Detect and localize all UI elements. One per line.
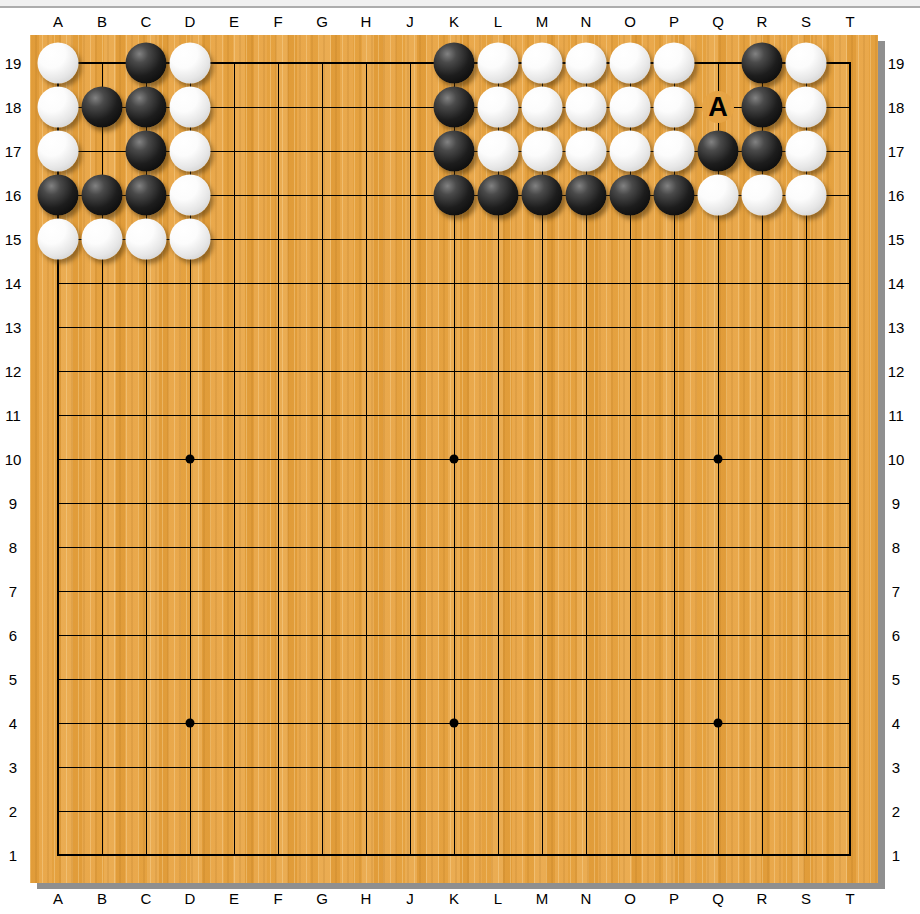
row-label-left-8: 8: [9, 539, 17, 556]
row-label-left-7: 7: [9, 583, 17, 600]
row-label-right-7: 7: [892, 583, 900, 600]
stone-black-O16: [610, 175, 651, 216]
column-label-top-F: F: [273, 13, 282, 30]
stone-white-A19: [38, 43, 79, 84]
stone-white-D16: [170, 175, 211, 216]
row-label-right-18: 18: [888, 99, 905, 116]
stone-white-L17: [478, 131, 519, 172]
row-label-right-3: 3: [892, 759, 900, 776]
row-label-left-18: 18: [5, 99, 22, 116]
stone-white-M18: [522, 87, 563, 128]
stone-black-Q17: [698, 131, 739, 172]
column-label-top-Q: Q: [712, 13, 724, 30]
row-label-right-11: 11: [888, 407, 904, 424]
stone-white-N17: [566, 131, 607, 172]
stone-black-C19: [126, 43, 167, 84]
stone-white-D17: [170, 131, 211, 172]
row-label-right-13: 13: [888, 319, 905, 336]
stone-black-N16: [566, 175, 607, 216]
row-label-left-12: 12: [5, 363, 22, 380]
stone-white-S19: [786, 43, 827, 84]
stone-white-Q16: [698, 175, 739, 216]
stone-black-B16: [82, 175, 123, 216]
row-label-left-11: 11: [5, 407, 21, 424]
row-label-right-16: 16: [888, 187, 905, 204]
stone-white-R16: [742, 175, 783, 216]
stone-black-K19: [434, 43, 475, 84]
column-label-top-R: R: [757, 13, 768, 30]
stone-white-L18: [478, 87, 519, 128]
annotation-label-Q18: A: [702, 91, 734, 123]
column-label-top-G: G: [316, 13, 328, 30]
screen: ABCDEFGHJKLMNOPQRST ABCDEFGHJKLMNOPQRST …: [0, 0, 920, 914]
column-label-bottom-D: D: [185, 890, 196, 907]
column-label-top-A: A: [53, 13, 63, 30]
row-label-left-14: 14: [5, 275, 22, 292]
column-label-bottom-S: S: [801, 890, 811, 907]
column-label-top-O: O: [624, 13, 636, 30]
stone-black-C18: [126, 87, 167, 128]
stone-white-O19: [610, 43, 651, 84]
row-label-left-15: 15: [5, 231, 22, 248]
stone-white-A18: [38, 87, 79, 128]
column-label-bottom-C: C: [141, 890, 152, 907]
row-label-left-1: 1: [9, 847, 17, 864]
column-label-top-N: N: [581, 13, 592, 30]
stone-white-D18: [170, 87, 211, 128]
row-label-left-10: 10: [5, 451, 22, 468]
row-label-right-1: 1: [892, 847, 900, 864]
stone-black-C17: [126, 131, 167, 172]
stone-black-A16: [38, 175, 79, 216]
column-label-top-J: J: [406, 13, 414, 30]
stone-white-N19: [566, 43, 607, 84]
column-label-bottom-H: H: [361, 890, 372, 907]
stone-white-P19: [654, 43, 695, 84]
column-label-top-B: B: [97, 13, 107, 30]
stone-white-B15: [82, 219, 123, 260]
go-board[interactable]: A: [30, 35, 878, 883]
row-label-right-9: 9: [892, 495, 900, 512]
stone-white-L19: [478, 43, 519, 84]
stone-black-B18: [82, 87, 123, 128]
row-label-right-4: 4: [892, 715, 900, 732]
stone-black-P16: [654, 175, 695, 216]
stone-black-K17: [434, 131, 475, 172]
stone-black-K18: [434, 87, 475, 128]
row-label-left-2: 2: [9, 803, 17, 820]
row-label-left-9: 9: [9, 495, 17, 512]
row-label-right-2: 2: [892, 803, 900, 820]
stone-white-M19: [522, 43, 563, 84]
column-label-bottom-N: N: [581, 890, 592, 907]
row-label-left-19: 19: [5, 55, 22, 72]
stone-white-A15: [38, 219, 79, 260]
row-label-right-6: 6: [892, 627, 900, 644]
column-label-top-E: E: [229, 13, 239, 30]
row-label-right-19: 19: [888, 55, 905, 72]
column-label-bottom-A: A: [53, 890, 63, 907]
column-label-bottom-F: F: [273, 890, 282, 907]
stone-black-R17: [742, 131, 783, 172]
column-label-bottom-Q: Q: [712, 890, 724, 907]
column-label-top-M: M: [536, 13, 549, 30]
column-label-top-K: K: [449, 13, 459, 30]
stone-white-S16: [786, 175, 827, 216]
row-label-right-10: 10: [888, 451, 905, 468]
stone-white-O17: [610, 131, 651, 172]
column-label-bottom-P: P: [669, 890, 679, 907]
stone-black-R19: [742, 43, 783, 84]
column-label-top-T: T: [845, 13, 854, 30]
row-label-left-16: 16: [5, 187, 22, 204]
stone-white-P17: [654, 131, 695, 172]
stone-white-M17: [522, 131, 563, 172]
row-label-left-17: 17: [5, 143, 22, 160]
column-label-bottom-O: O: [624, 890, 636, 907]
column-label-top-S: S: [801, 13, 811, 30]
column-label-bottom-E: E: [229, 890, 239, 907]
stone-black-M16: [522, 175, 563, 216]
column-label-top-H: H: [361, 13, 372, 30]
row-label-left-3: 3: [9, 759, 17, 776]
column-label-bottom-L: L: [494, 890, 502, 907]
row-label-left-6: 6: [9, 627, 17, 644]
row-label-right-17: 17: [888, 143, 905, 160]
column-label-bottom-K: K: [449, 890, 459, 907]
stone-white-C15: [126, 219, 167, 260]
row-label-right-12: 12: [888, 363, 905, 380]
stone-white-D15: [170, 219, 211, 260]
column-label-bottom-G: G: [316, 890, 328, 907]
row-label-left-4: 4: [9, 715, 17, 732]
row-label-right-14: 14: [888, 275, 905, 292]
column-label-bottom-T: T: [845, 890, 854, 907]
column-label-top-P: P: [669, 13, 679, 30]
stones-layer: A: [30, 35, 878, 883]
column-label-top-D: D: [185, 13, 196, 30]
column-label-bottom-B: B: [97, 890, 107, 907]
window-top-strip: [0, 0, 920, 8]
stone-white-O18: [610, 87, 651, 128]
stone-black-L16: [478, 175, 519, 216]
row-label-left-13: 13: [5, 319, 22, 336]
stone-white-D19: [170, 43, 211, 84]
column-label-top-C: C: [141, 13, 152, 30]
column-label-bottom-M: M: [536, 890, 549, 907]
stone-black-K16: [434, 175, 475, 216]
column-label-bottom-J: J: [406, 890, 414, 907]
stone-white-S18: [786, 87, 827, 128]
stone-black-R18: [742, 87, 783, 128]
row-label-right-5: 5: [892, 671, 900, 688]
column-label-bottom-R: R: [757, 890, 768, 907]
stone-white-P18: [654, 87, 695, 128]
column-label-top-L: L: [494, 13, 502, 30]
row-label-left-5: 5: [9, 671, 17, 688]
stone-white-N18: [566, 87, 607, 128]
stone-white-A17: [38, 131, 79, 172]
stone-white-S17: [786, 131, 827, 172]
row-label-right-8: 8: [892, 539, 900, 556]
stone-black-C16: [126, 175, 167, 216]
row-label-right-15: 15: [888, 231, 905, 248]
